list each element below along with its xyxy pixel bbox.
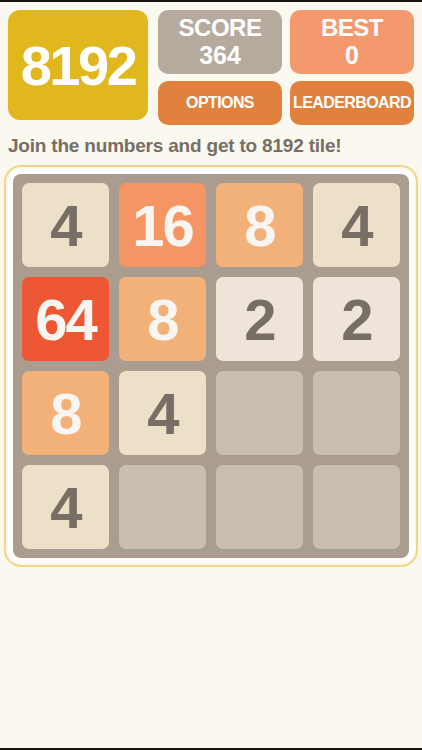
tile-2: 2 <box>216 277 303 361</box>
subtitle: Join the numbers and get to 8192 tile! <box>0 125 422 165</box>
tile-8: 8 <box>22 371 109 455</box>
tile-8: 8 <box>216 183 303 267</box>
empty-cell <box>313 371 400 455</box>
tile-4: 4 <box>119 371 206 455</box>
score-box: SCORE 364 <box>158 10 282 74</box>
empty-cell <box>216 465 303 549</box>
empty-cell <box>313 465 400 549</box>
best-value: 0 <box>345 41 359 69</box>
board-inner-frame: 4168464822844 <box>8 169 414 563</box>
empty-cell <box>119 465 206 549</box>
tile-16: 16 <box>119 183 206 267</box>
score-value: 364 <box>199 41 241 69</box>
logo-tile: 8192 <box>8 10 148 120</box>
game-board[interactable]: 4168464822844 <box>13 174 409 558</box>
tile-4: 4 <box>22 465 109 549</box>
tile-2: 2 <box>313 277 400 361</box>
score-label: SCORE <box>179 15 262 42</box>
header: 8192 SCORE 364 BEST 0 OPTIONS LEADERBOAR… <box>0 2 422 125</box>
logo-text: 8192 <box>21 33 136 98</box>
empty-cell <box>216 371 303 455</box>
tile-8: 8 <box>119 277 206 361</box>
app-screen: 8192 SCORE 364 BEST 0 OPTIONS LEADERBOAR… <box>0 0 422 750</box>
header-right: SCORE 364 BEST 0 OPTIONS LEADERBOARD <box>158 10 414 125</box>
leaderboard-button[interactable]: LEADERBOARD <box>290 81 414 125</box>
best-label: BEST <box>321 15 383 42</box>
best-box: BEST 0 <box>290 10 414 74</box>
options-button[interactable]: OPTIONS <box>158 81 282 125</box>
tile-4: 4 <box>313 183 400 267</box>
tile-64: 64 <box>22 277 109 361</box>
tile-4: 4 <box>22 183 109 267</box>
board-frame: 4168464822844 <box>4 165 418 567</box>
